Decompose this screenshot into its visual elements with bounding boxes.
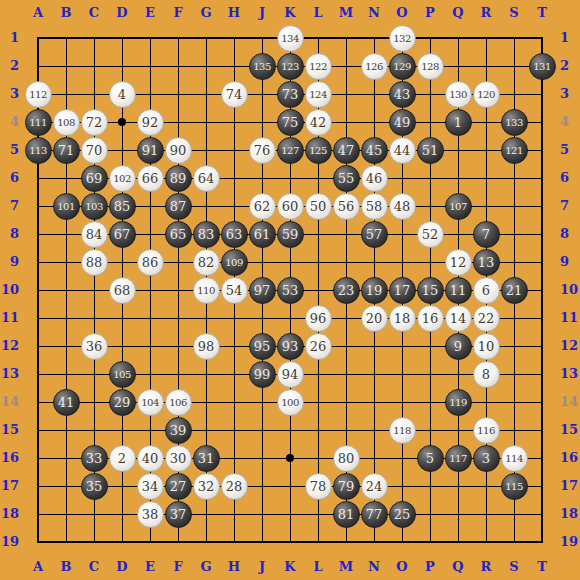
- intersection-P5[interactable]: 51: [416, 136, 444, 164]
- intersection-T19[interactable]: [528, 528, 556, 556]
- intersection-J2[interactable]: 135: [248, 52, 276, 80]
- intersection-S14[interactable]: [500, 388, 528, 416]
- intersection-S17[interactable]: 115: [500, 472, 528, 500]
- intersection-S12[interactable]: [500, 332, 528, 360]
- intersection-E13[interactable]: [136, 360, 164, 388]
- intersection-A17[interactable]: [24, 472, 52, 500]
- intersection-A11[interactable]: [24, 304, 52, 332]
- intersection-C14[interactable]: [80, 388, 108, 416]
- intersection-K11[interactable]: [276, 304, 304, 332]
- intersection-B16[interactable]: [52, 444, 80, 472]
- intersection-B13[interactable]: [52, 360, 80, 388]
- intersection-F16[interactable]: 30: [164, 444, 192, 472]
- intersection-G5[interactable]: [192, 136, 220, 164]
- intersection-N19[interactable]: [360, 528, 388, 556]
- intersection-H16[interactable]: [220, 444, 248, 472]
- intersection-H12[interactable]: [220, 332, 248, 360]
- intersection-P3[interactable]: [416, 80, 444, 108]
- intersection-O18[interactable]: 25: [388, 500, 416, 528]
- intersection-J6[interactable]: [248, 164, 276, 192]
- intersection-G10[interactable]: 110: [192, 276, 220, 304]
- intersection-T14[interactable]: [528, 388, 556, 416]
- intersection-B12[interactable]: [52, 332, 80, 360]
- intersection-Q4[interactable]: 1: [444, 108, 472, 136]
- intersection-N16[interactable]: [360, 444, 388, 472]
- intersection-T17[interactable]: [528, 472, 556, 500]
- intersection-H9[interactable]: 109: [220, 248, 248, 276]
- intersection-A13[interactable]: [24, 360, 52, 388]
- intersection-K19[interactable]: [276, 528, 304, 556]
- intersection-H7[interactable]: [220, 192, 248, 220]
- intersection-T2[interactable]: 131: [528, 52, 556, 80]
- intersection-E18[interactable]: 38: [136, 500, 164, 528]
- intersection-L11[interactable]: 96: [304, 304, 332, 332]
- intersection-D13[interactable]: 105: [108, 360, 136, 388]
- intersection-K9[interactable]: [276, 248, 304, 276]
- intersection-P15[interactable]: [416, 416, 444, 444]
- intersection-C17[interactable]: 35: [80, 472, 108, 500]
- intersection-S19[interactable]: [500, 528, 528, 556]
- intersection-J13[interactable]: 99: [248, 360, 276, 388]
- intersection-P16[interactable]: 5: [416, 444, 444, 472]
- intersection-B19[interactable]: [52, 528, 80, 556]
- intersection-B14[interactable]: 41: [52, 388, 80, 416]
- intersection-F3[interactable]: [164, 80, 192, 108]
- intersection-Q15[interactable]: [444, 416, 472, 444]
- intersection-L19[interactable]: [304, 528, 332, 556]
- intersection-C19[interactable]: [80, 528, 108, 556]
- intersection-A18[interactable]: [24, 500, 52, 528]
- intersection-M3[interactable]: [332, 80, 360, 108]
- intersection-J16[interactable]: [248, 444, 276, 472]
- intersection-D3[interactable]: 4: [108, 80, 136, 108]
- intersection-C10[interactable]: [80, 276, 108, 304]
- intersection-J8[interactable]: 61: [248, 220, 276, 248]
- intersection-S15[interactable]: [500, 416, 528, 444]
- intersection-H3[interactable]: 74: [220, 80, 248, 108]
- intersection-D19[interactable]: [108, 528, 136, 556]
- intersection-Q6[interactable]: [444, 164, 472, 192]
- intersection-G14[interactable]: [192, 388, 220, 416]
- intersection-J11[interactable]: [248, 304, 276, 332]
- intersection-F7[interactable]: 87: [164, 192, 192, 220]
- intersection-J17[interactable]: [248, 472, 276, 500]
- intersection-G17[interactable]: 32: [192, 472, 220, 500]
- intersection-P13[interactable]: [416, 360, 444, 388]
- intersection-E16[interactable]: 40: [136, 444, 164, 472]
- intersection-L15[interactable]: [304, 416, 332, 444]
- intersection-O11[interactable]: 18: [388, 304, 416, 332]
- intersection-E9[interactable]: 86: [136, 248, 164, 276]
- intersection-M7[interactable]: 56: [332, 192, 360, 220]
- intersection-L9[interactable]: [304, 248, 332, 276]
- intersection-R7[interactable]: [472, 192, 500, 220]
- intersection-Q12[interactable]: 9: [444, 332, 472, 360]
- intersection-L2[interactable]: 122: [304, 52, 332, 80]
- intersection-L18[interactable]: [304, 500, 332, 528]
- intersection-J18[interactable]: [248, 500, 276, 528]
- intersection-P8[interactable]: 52: [416, 220, 444, 248]
- intersection-R8[interactable]: 7: [472, 220, 500, 248]
- intersection-A1[interactable]: [24, 24, 52, 52]
- intersection-K2[interactable]: 123: [276, 52, 304, 80]
- intersection-J7[interactable]: 62: [248, 192, 276, 220]
- intersection-N9[interactable]: [360, 248, 388, 276]
- intersection-D17[interactable]: [108, 472, 136, 500]
- intersection-G11[interactable]: [192, 304, 220, 332]
- intersection-S16[interactable]: 114: [500, 444, 528, 472]
- intersection-A10[interactable]: [24, 276, 52, 304]
- intersection-Q3[interactable]: 130: [444, 80, 472, 108]
- intersection-Q11[interactable]: 14: [444, 304, 472, 332]
- intersection-F5[interactable]: 90: [164, 136, 192, 164]
- intersection-O12[interactable]: [388, 332, 416, 360]
- intersection-D15[interactable]: [108, 416, 136, 444]
- intersection-Q18[interactable]: [444, 500, 472, 528]
- intersection-E2[interactable]: [136, 52, 164, 80]
- intersection-J4[interactable]: [248, 108, 276, 136]
- intersection-T16[interactable]: [528, 444, 556, 472]
- intersection-E15[interactable]: [136, 416, 164, 444]
- intersection-G2[interactable]: [192, 52, 220, 80]
- intersection-O8[interactable]: [388, 220, 416, 248]
- intersection-S13[interactable]: [500, 360, 528, 388]
- intersection-S4[interactable]: 133: [500, 108, 528, 136]
- intersection-O16[interactable]: [388, 444, 416, 472]
- intersection-L12[interactable]: 26: [304, 332, 332, 360]
- intersection-L17[interactable]: 78: [304, 472, 332, 500]
- intersection-F4[interactable]: [164, 108, 192, 136]
- intersection-K5[interactable]: 127: [276, 136, 304, 164]
- intersection-B18[interactable]: [52, 500, 80, 528]
- intersection-H15[interactable]: [220, 416, 248, 444]
- intersection-R2[interactable]: [472, 52, 500, 80]
- intersection-Q10[interactable]: 11: [444, 276, 472, 304]
- intersection-F19[interactable]: [164, 528, 192, 556]
- intersection-K12[interactable]: 93: [276, 332, 304, 360]
- intersection-N13[interactable]: [360, 360, 388, 388]
- intersection-F12[interactable]: [164, 332, 192, 360]
- intersection-R12[interactable]: 10: [472, 332, 500, 360]
- intersection-R9[interactable]: 13: [472, 248, 500, 276]
- intersection-D8[interactable]: 67: [108, 220, 136, 248]
- intersection-O9[interactable]: [388, 248, 416, 276]
- intersection-C12[interactable]: 36: [80, 332, 108, 360]
- intersection-L8[interactable]: [304, 220, 332, 248]
- intersection-K13[interactable]: 94: [276, 360, 304, 388]
- intersection-K16[interactable]: [276, 444, 304, 472]
- intersection-N15[interactable]: [360, 416, 388, 444]
- intersection-T1[interactable]: [528, 24, 556, 52]
- intersection-B3[interactable]: [52, 80, 80, 108]
- intersection-B17[interactable]: [52, 472, 80, 500]
- intersection-M6[interactable]: 55: [332, 164, 360, 192]
- intersection-A5[interactable]: 113: [24, 136, 52, 164]
- intersection-A8[interactable]: [24, 220, 52, 248]
- intersection-C13[interactable]: [80, 360, 108, 388]
- intersection-H5[interactable]: [220, 136, 248, 164]
- intersection-N14[interactable]: [360, 388, 388, 416]
- intersection-B11[interactable]: [52, 304, 80, 332]
- intersection-D11[interactable]: [108, 304, 136, 332]
- intersection-A4[interactable]: 111: [24, 108, 52, 136]
- intersection-T11[interactable]: [528, 304, 556, 332]
- intersection-Q8[interactable]: [444, 220, 472, 248]
- intersection-N10[interactable]: 19: [360, 276, 388, 304]
- intersection-D16[interactable]: 2: [108, 444, 136, 472]
- intersection-G12[interactable]: 98: [192, 332, 220, 360]
- intersection-E8[interactable]: [136, 220, 164, 248]
- intersection-E10[interactable]: [136, 276, 164, 304]
- intersection-R13[interactable]: 8: [472, 360, 500, 388]
- intersection-J12[interactable]: 95: [248, 332, 276, 360]
- intersection-F14[interactable]: 106: [164, 388, 192, 416]
- intersection-M15[interactable]: [332, 416, 360, 444]
- intersection-Q1[interactable]: [444, 24, 472, 52]
- intersection-D9[interactable]: [108, 248, 136, 276]
- intersection-N2[interactable]: 126: [360, 52, 388, 80]
- intersection-K7[interactable]: 60: [276, 192, 304, 220]
- intersection-L4[interactable]: 42: [304, 108, 332, 136]
- intersection-L5[interactable]: 125: [304, 136, 332, 164]
- intersection-M5[interactable]: 47: [332, 136, 360, 164]
- intersection-B10[interactable]: [52, 276, 80, 304]
- intersection-K6[interactable]: [276, 164, 304, 192]
- intersection-B1[interactable]: [52, 24, 80, 52]
- intersection-M19[interactable]: [332, 528, 360, 556]
- intersection-K4[interactable]: 75: [276, 108, 304, 136]
- intersection-N7[interactable]: 58: [360, 192, 388, 220]
- intersection-N5[interactable]: 45: [360, 136, 388, 164]
- intersection-D14[interactable]: 29: [108, 388, 136, 416]
- intersection-T6[interactable]: [528, 164, 556, 192]
- intersection-N18[interactable]: 77: [360, 500, 388, 528]
- intersection-E5[interactable]: 91: [136, 136, 164, 164]
- intersection-F11[interactable]: [164, 304, 192, 332]
- intersection-M12[interactable]: [332, 332, 360, 360]
- intersection-R17[interactable]: [472, 472, 500, 500]
- intersection-H13[interactable]: [220, 360, 248, 388]
- intersection-A7[interactable]: [24, 192, 52, 220]
- intersection-P7[interactable]: [416, 192, 444, 220]
- intersection-Q17[interactable]: [444, 472, 472, 500]
- intersection-N11[interactable]: 20: [360, 304, 388, 332]
- intersection-J5[interactable]: 76: [248, 136, 276, 164]
- intersection-T3[interactable]: [528, 80, 556, 108]
- intersection-B8[interactable]: [52, 220, 80, 248]
- intersection-E14[interactable]: 104: [136, 388, 164, 416]
- intersection-J9[interactable]: [248, 248, 276, 276]
- intersection-B9[interactable]: [52, 248, 80, 276]
- intersection-G15[interactable]: [192, 416, 220, 444]
- intersection-C7[interactable]: 103: [80, 192, 108, 220]
- intersection-N12[interactable]: [360, 332, 388, 360]
- intersection-J19[interactable]: [248, 528, 276, 556]
- intersection-G3[interactable]: [192, 80, 220, 108]
- intersection-O1[interactable]: 132: [388, 24, 416, 52]
- intersection-H17[interactable]: 28: [220, 472, 248, 500]
- intersection-D4[interactable]: [108, 108, 136, 136]
- intersection-N6[interactable]: 46: [360, 164, 388, 192]
- intersection-D10[interactable]: 68: [108, 276, 136, 304]
- intersection-D5[interactable]: [108, 136, 136, 164]
- intersection-T5[interactable]: [528, 136, 556, 164]
- intersection-F17[interactable]: 27: [164, 472, 192, 500]
- intersection-Q19[interactable]: [444, 528, 472, 556]
- intersection-L14[interactable]: [304, 388, 332, 416]
- intersection-K18[interactable]: [276, 500, 304, 528]
- intersection-E7[interactable]: [136, 192, 164, 220]
- intersection-N3[interactable]: [360, 80, 388, 108]
- intersection-D18[interactable]: [108, 500, 136, 528]
- intersection-L3[interactable]: 124: [304, 80, 332, 108]
- intersection-A12[interactable]: [24, 332, 52, 360]
- intersection-O4[interactable]: 49: [388, 108, 416, 136]
- intersection-A6[interactable]: [24, 164, 52, 192]
- intersection-C8[interactable]: 84: [80, 220, 108, 248]
- intersection-A2[interactable]: [24, 52, 52, 80]
- intersection-T18[interactable]: [528, 500, 556, 528]
- intersection-G6[interactable]: 64: [192, 164, 220, 192]
- intersection-C5[interactable]: 70: [80, 136, 108, 164]
- intersection-B5[interactable]: 71: [52, 136, 80, 164]
- intersection-K8[interactable]: 59: [276, 220, 304, 248]
- intersection-L7[interactable]: 50: [304, 192, 332, 220]
- intersection-F15[interactable]: 39: [164, 416, 192, 444]
- intersection-S10[interactable]: 21: [500, 276, 528, 304]
- intersection-S18[interactable]: [500, 500, 528, 528]
- intersection-H11[interactable]: [220, 304, 248, 332]
- intersection-S6[interactable]: [500, 164, 528, 192]
- intersection-H14[interactable]: [220, 388, 248, 416]
- intersection-P1[interactable]: [416, 24, 444, 52]
- intersection-S1[interactable]: [500, 24, 528, 52]
- intersection-F8[interactable]: 65: [164, 220, 192, 248]
- intersection-M2[interactable]: [332, 52, 360, 80]
- intersection-J1[interactable]: [248, 24, 276, 52]
- intersection-R1[interactable]: [472, 24, 500, 52]
- intersection-R4[interactable]: [472, 108, 500, 136]
- intersection-M9[interactable]: [332, 248, 360, 276]
- intersection-G16[interactable]: 31: [192, 444, 220, 472]
- intersection-C9[interactable]: 88: [80, 248, 108, 276]
- intersection-B4[interactable]: 108: [52, 108, 80, 136]
- intersection-C3[interactable]: [80, 80, 108, 108]
- intersection-J3[interactable]: [248, 80, 276, 108]
- intersection-D7[interactable]: 85: [108, 192, 136, 220]
- intersection-R16[interactable]: 3: [472, 444, 500, 472]
- intersection-G1[interactable]: [192, 24, 220, 52]
- intersection-M1[interactable]: [332, 24, 360, 52]
- intersection-F6[interactable]: 89: [164, 164, 192, 192]
- intersection-P17[interactable]: [416, 472, 444, 500]
- intersection-E1[interactable]: [136, 24, 164, 52]
- intersection-R11[interactable]: 22: [472, 304, 500, 332]
- intersection-F10[interactable]: [164, 276, 192, 304]
- intersection-H19[interactable]: [220, 528, 248, 556]
- intersection-A16[interactable]: [24, 444, 52, 472]
- intersection-O3[interactable]: 43: [388, 80, 416, 108]
- intersection-B6[interactable]: [52, 164, 80, 192]
- intersection-T9[interactable]: [528, 248, 556, 276]
- intersection-J10[interactable]: 97: [248, 276, 276, 304]
- intersection-P14[interactable]: [416, 388, 444, 416]
- intersection-R18[interactable]: [472, 500, 500, 528]
- intersection-H2[interactable]: [220, 52, 248, 80]
- intersection-P4[interactable]: [416, 108, 444, 136]
- intersection-H18[interactable]: [220, 500, 248, 528]
- intersection-P12[interactable]: [416, 332, 444, 360]
- intersection-F2[interactable]: [164, 52, 192, 80]
- intersection-M11[interactable]: [332, 304, 360, 332]
- intersection-K1[interactable]: 134: [276, 24, 304, 52]
- intersection-S8[interactable]: [500, 220, 528, 248]
- intersection-T7[interactable]: [528, 192, 556, 220]
- intersection-A15[interactable]: [24, 416, 52, 444]
- intersection-S11[interactable]: [500, 304, 528, 332]
- intersection-Q9[interactable]: 12: [444, 248, 472, 276]
- intersection-F1[interactable]: [164, 24, 192, 52]
- intersection-L6[interactable]: [304, 164, 332, 192]
- intersection-E6[interactable]: 66: [136, 164, 164, 192]
- intersection-A14[interactable]: [24, 388, 52, 416]
- intersection-O10[interactable]: 17: [388, 276, 416, 304]
- intersection-L13[interactable]: [304, 360, 332, 388]
- intersection-K3[interactable]: 73: [276, 80, 304, 108]
- intersection-P9[interactable]: [416, 248, 444, 276]
- intersection-Q5[interactable]: [444, 136, 472, 164]
- intersection-O14[interactable]: [388, 388, 416, 416]
- intersection-G9[interactable]: 82: [192, 248, 220, 276]
- intersection-T4[interactable]: [528, 108, 556, 136]
- intersection-P6[interactable]: [416, 164, 444, 192]
- intersection-Q7[interactable]: 107: [444, 192, 472, 220]
- intersection-E4[interactable]: 92: [136, 108, 164, 136]
- intersection-O17[interactable]: [388, 472, 416, 500]
- intersection-L1[interactable]: [304, 24, 332, 52]
- intersection-T8[interactable]: [528, 220, 556, 248]
- intersection-K15[interactable]: [276, 416, 304, 444]
- intersection-R6[interactable]: [472, 164, 500, 192]
- intersection-O15[interactable]: 118: [388, 416, 416, 444]
- intersection-P11[interactable]: 16: [416, 304, 444, 332]
- intersection-H8[interactable]: 63: [220, 220, 248, 248]
- intersection-C16[interactable]: 33: [80, 444, 108, 472]
- intersection-C18[interactable]: [80, 500, 108, 528]
- intersection-P18[interactable]: [416, 500, 444, 528]
- intersection-A3[interactable]: 112: [24, 80, 52, 108]
- intersection-E19[interactable]: [136, 528, 164, 556]
- intersection-P19[interactable]: [416, 528, 444, 556]
- intersection-K17[interactable]: [276, 472, 304, 500]
- intersection-H10[interactable]: 54: [220, 276, 248, 304]
- intersection-T15[interactable]: [528, 416, 556, 444]
- intersection-M13[interactable]: [332, 360, 360, 388]
- intersection-D12[interactable]: [108, 332, 136, 360]
- intersection-T10[interactable]: [528, 276, 556, 304]
- intersection-H4[interactable]: [220, 108, 248, 136]
- intersection-F13[interactable]: [164, 360, 192, 388]
- intersection-H1[interactable]: [220, 24, 248, 52]
- intersection-R5[interactable]: [472, 136, 500, 164]
- intersection-A9[interactable]: [24, 248, 52, 276]
- intersection-Q16[interactable]: 117: [444, 444, 472, 472]
- intersection-Q2[interactable]: [444, 52, 472, 80]
- intersection-M4[interactable]: [332, 108, 360, 136]
- intersection-N8[interactable]: 57: [360, 220, 388, 248]
- intersection-R3[interactable]: 120: [472, 80, 500, 108]
- intersection-L10[interactable]: [304, 276, 332, 304]
